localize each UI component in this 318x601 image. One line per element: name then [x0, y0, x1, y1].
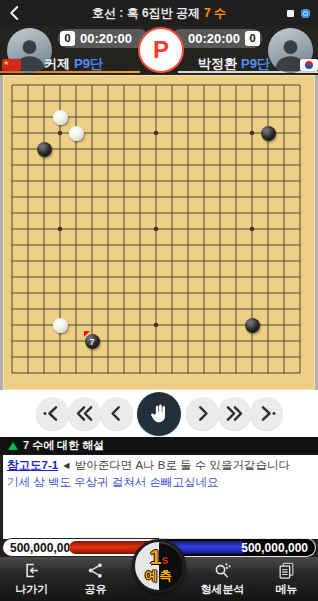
- left-clock: 0 00:20:00: [58, 29, 149, 48]
- stone-white-E16: [69, 126, 84, 141]
- menu-button[interactable]: 메뉴: [254, 557, 318, 601]
- stone-black-Q4: [245, 318, 260, 333]
- commentary-line-1: 참고도7-1 ◀ 받아준다면 A나 B로 둘 수 있을거같습니다: [7, 457, 318, 474]
- blue-dot-indicator: [301, 9, 310, 18]
- nav-step-forward-button[interactable]: [186, 397, 219, 430]
- prediction-right-value: 500,000,000: [241, 539, 308, 557]
- pass-badge[interactable]: P: [138, 27, 184, 73]
- white-square-indicator: [287, 10, 294, 17]
- stone-white-D4: [53, 318, 68, 333]
- green-triangle-icon: [8, 442, 18, 450]
- step-forward-icon: [192, 403, 213, 424]
- move-number-label: 7: [85, 334, 100, 349]
- step-back-icon: [106, 403, 127, 424]
- player-bar: ★ 0 00:20:00 커제P9단 P 00:20:00 0 박정환P9단: [0, 26, 318, 75]
- prediction-badge-button[interactable]: 1s 예측: [132, 539, 186, 593]
- board-grid: [3, 75, 315, 390]
- first-move-icon: [42, 403, 63, 424]
- share-button[interactable]: 공유: [64, 557, 128, 601]
- right-player-rank: P9단: [241, 56, 270, 71]
- prediction-left-value: 500,000,000: [10, 539, 77, 557]
- left-player-name: 커제P9단: [44, 55, 103, 73]
- nav-last-move-button[interactable]: [250, 397, 283, 430]
- stone-black-C15: [37, 142, 52, 157]
- right-clock: 00:20:00 0: [171, 29, 262, 48]
- game-title: 호선 : 흑 6집반 공제7 수: [0, 0, 318, 26]
- nav-fast-back-button[interactable]: [68, 397, 101, 430]
- nav-step-back-button[interactable]: [100, 397, 133, 430]
- hand-icon: [148, 402, 171, 425]
- left-capture-count: 0: [60, 31, 75, 46]
- exit-icon: [22, 561, 41, 580]
- reference-diagram-link[interactable]: 참고도7-1: [7, 459, 58, 471]
- share-icon: [86, 561, 105, 580]
- fast-back-icon: [74, 403, 95, 424]
- exit-button[interactable]: 나가기: [0, 557, 64, 601]
- nav-fast-forward-button[interactable]: [218, 397, 251, 430]
- left-player-rank: P9단: [74, 56, 103, 71]
- go-review-app: 호선 : 흑 6집반 공제7 수 ★ 0 00:20:00 커제P9단 P 00…: [0, 0, 318, 601]
- china-flag-icon: ★: [2, 59, 21, 71]
- stone-black-F3: 7: [85, 334, 100, 349]
- stone-white-D17: [53, 110, 68, 125]
- right-player-name: 박정환P9단: [198, 55, 270, 73]
- right-capture-count: 0: [245, 31, 260, 46]
- left-time: 00:20:00: [80, 31, 132, 46]
- commentary-header: 7 수에 대한 해설: [0, 437, 318, 454]
- right-time: 00:20:00: [188, 31, 240, 46]
- move-nav-bar: [0, 390, 318, 437]
- nav-first-move-button[interactable]: [36, 397, 69, 430]
- menu-document-icon: [277, 561, 296, 580]
- go-board[interactable]: 7: [3, 75, 315, 390]
- top-bar: 호선 : 흑 6집반 공제7 수: [0, 0, 318, 26]
- left-triangle-icon: ◀: [63, 461, 69, 470]
- fast-forward-icon: [224, 403, 245, 424]
- commentary-line-2: 기세 상 백도 우상귀 걸쳐서 손빼고싶네요: [7, 474, 318, 490]
- move-counter: 7 수: [204, 6, 226, 20]
- analysis-magnifier-icon: [213, 561, 232, 580]
- nav-hand-button[interactable]: [137, 392, 181, 436]
- position-analysis-button[interactable]: 형세분석: [191, 557, 255, 601]
- last-move-icon: [256, 403, 277, 424]
- stone-black-R16: [261, 126, 276, 141]
- board-area: 7: [0, 75, 318, 390]
- korea-flag-icon: [300, 59, 318, 71]
- commentary-body[interactable]: 참고도7-1 ◀ 받아준다면 A나 B로 둘 수 있을거같습니다 기세 상 백도…: [2, 454, 318, 540]
